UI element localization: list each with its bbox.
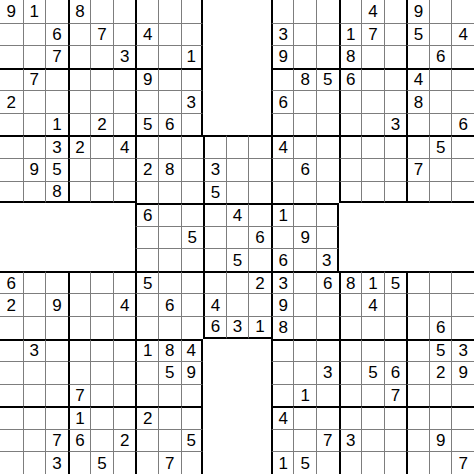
- cell-r20-c21[interactable]: [451, 429, 474, 452]
- cell-r20-c19[interactable]: [406, 429, 429, 452]
- cell-r15-c9[interactable]: [181, 316, 204, 339]
- cell-r4-c4[interactable]: [68, 68, 91, 91]
- cell-r18-c5[interactable]: [90, 384, 113, 407]
- cell-r16-c20: 5: [429, 339, 452, 362]
- cell-r5-c8[interactable]: [158, 90, 181, 113]
- cell-r7-c9[interactable]: [181, 135, 204, 158]
- cell-r13-c10[interactable]: [203, 271, 226, 294]
- cell-r8-c12[interactable]: [248, 158, 271, 181]
- cell-r20-c1[interactable]: [0, 429, 23, 452]
- cell-r4-c21[interactable]: [451, 68, 474, 91]
- cell-r3-c21[interactable]: [451, 45, 474, 68]
- cell-r12-c8[interactable]: [158, 248, 181, 271]
- cell-r15-c3[interactable]: [45, 316, 68, 339]
- cell-r14-c20[interactable]: [429, 293, 452, 316]
- cell-r13-c9[interactable]: [181, 271, 204, 294]
- cell-r7-c11[interactable]: [226, 135, 249, 158]
- cell-r11-c10[interactable]: [203, 226, 226, 249]
- cell-r12-c12[interactable]: [248, 248, 271, 271]
- cell-r14-c14[interactable]: [293, 293, 316, 316]
- cell-r20-c17[interactable]: [361, 429, 384, 452]
- cell-r8-c15[interactable]: [316, 158, 339, 181]
- cell-r14-c6: 4: [113, 293, 136, 316]
- cell-r8-c16[interactable]: [339, 158, 362, 181]
- cell-r6-c21: 6: [451, 113, 474, 136]
- cell-r8-c5[interactable]: [90, 158, 113, 181]
- cell-r14-c18[interactable]: [384, 293, 407, 316]
- cell-r15-c8[interactable]: [158, 316, 181, 339]
- cell-r20-c14[interactable]: [293, 429, 316, 452]
- cell-r9-c21[interactable]: [451, 181, 474, 204]
- cell-r12-c7[interactable]: [135, 248, 158, 271]
- cell-r17-c19[interactable]: [406, 361, 429, 384]
- cell-r3-c7[interactable]: [135, 45, 158, 68]
- cell-r16-c6[interactable]: [113, 339, 136, 362]
- cell-r5-c21[interactable]: [451, 90, 474, 113]
- gap-cell: [226, 45, 249, 68]
- cell-r20-c5[interactable]: [90, 429, 113, 452]
- gap-cell: [113, 203, 136, 226]
- cell-r16-c15[interactable]: [316, 339, 339, 362]
- cell-r1-c3[interactable]: [45, 0, 68, 23]
- cell-r5-c18[interactable]: [384, 90, 407, 113]
- cell-r5-c9: 3: [181, 90, 204, 113]
- cell-r4-c5[interactable]: [90, 68, 113, 91]
- cell-r21-c4[interactable]: [68, 451, 91, 474]
- cell-r14-c13: 9: [271, 293, 294, 316]
- cell-r3-c2[interactable]: [23, 45, 46, 68]
- cell-r20-c20: 9: [429, 429, 452, 452]
- cell-r21-c19[interactable]: [406, 451, 429, 474]
- cell-r7-c5[interactable]: [90, 135, 113, 158]
- cell-r10-c9[interactable]: [181, 203, 204, 226]
- cell-r5-c5[interactable]: [90, 90, 113, 113]
- cell-r6-c4[interactable]: [68, 113, 91, 136]
- cell-r19-c1[interactable]: [0, 406, 23, 429]
- cell-r9-c12[interactable]: [248, 181, 271, 204]
- cell-r10-c15[interactable]: [316, 203, 339, 226]
- cell-r4-c13[interactable]: [271, 68, 294, 91]
- cell-r17-c14[interactable]: [293, 361, 316, 384]
- cell-r5-c20[interactable]: [429, 90, 452, 113]
- cell-r1-c21[interactable]: [451, 0, 474, 23]
- cell-r12-c10[interactable]: [203, 248, 226, 271]
- cell-r10-c12[interactable]: [248, 203, 271, 226]
- cell-r18-c15[interactable]: [316, 384, 339, 407]
- cell-r7-c12[interactable]: [248, 135, 271, 158]
- cell-r20-c2[interactable]: [23, 429, 46, 452]
- cell-r1-c13[interactable]: [271, 0, 294, 23]
- gap-cell: [203, 429, 226, 452]
- cell-r1-c16[interactable]: [339, 0, 362, 23]
- cell-r15-c20: 6: [429, 316, 452, 339]
- cell-r9-c19[interactable]: [406, 181, 429, 204]
- cell-r1-c4: 8: [68, 0, 91, 23]
- cell-r7-c14[interactable]: [293, 135, 316, 158]
- cell-r2-c18[interactable]: [384, 23, 407, 46]
- cell-r11-c15[interactable]: [316, 226, 339, 249]
- cell-r1-c9[interactable]: [181, 0, 204, 23]
- cell-r9-c1[interactable]: [0, 181, 23, 204]
- cell-r18-c6[interactable]: [113, 384, 136, 407]
- cell-r20-c18[interactable]: [384, 429, 407, 452]
- cell-r4-c2: 7: [23, 68, 46, 91]
- cell-r17-c15: 3: [316, 361, 339, 384]
- cell-r19-c8[interactable]: [158, 406, 181, 429]
- cell-r13-c11[interactable]: [226, 271, 249, 294]
- cell-r19-c19[interactable]: [406, 406, 429, 429]
- cell-r4-c15: 5: [316, 68, 339, 91]
- cell-r2-c5: 7: [90, 23, 113, 46]
- cell-r2-c20[interactable]: [429, 23, 452, 46]
- cell-r16-c3[interactable]: [45, 339, 68, 362]
- cell-r9-c18[interactable]: [384, 181, 407, 204]
- cell-r2-c9[interactable]: [181, 23, 204, 46]
- cell-r17-c16[interactable]: [339, 361, 362, 384]
- cell-r15-c21[interactable]: [451, 316, 474, 339]
- cell-r14-c19[interactable]: [406, 293, 429, 316]
- cell-r18-c21[interactable]: [451, 384, 474, 407]
- cell-r6-c15[interactable]: [316, 113, 339, 136]
- cell-r2-c15[interactable]: [316, 23, 339, 46]
- cell-r17-c1[interactable]: [0, 361, 23, 384]
- cell-r3-c5[interactable]: [90, 45, 113, 68]
- cell-r19-c14[interactable]: [293, 406, 316, 429]
- cell-r7-c16[interactable]: [339, 135, 362, 158]
- cell-r3-c17[interactable]: [361, 45, 384, 68]
- cell-r17-c9: 9: [181, 361, 204, 384]
- cell-r12-c14[interactable]: [293, 248, 316, 271]
- cell-r17-c13[interactable]: [271, 361, 294, 384]
- cell-r18-c3[interactable]: [45, 384, 68, 407]
- cell-r19-c15[interactable]: [316, 406, 339, 429]
- cell-r21-c15[interactable]: [316, 451, 339, 474]
- cell-r2-c3: 6: [45, 23, 68, 46]
- cell-r21-c1[interactable]: [0, 451, 23, 474]
- cell-r16-c18[interactable]: [384, 339, 407, 362]
- cell-r11-c13[interactable]: [271, 226, 294, 249]
- cell-r1-c2: 1: [23, 0, 46, 23]
- cell-r19-c6[interactable]: [113, 406, 136, 429]
- cell-r3-c19[interactable]: [406, 45, 429, 68]
- cell-r13-c15: 6: [316, 271, 339, 294]
- cell-r7-c18[interactable]: [384, 135, 407, 158]
- cell-r16-c14[interactable]: [293, 339, 316, 362]
- cell-r20-c13[interactable]: [271, 429, 294, 452]
- cell-r1-c18[interactable]: [384, 0, 407, 23]
- cell-r21-c17[interactable]: [361, 451, 384, 474]
- cell-r18-c1[interactable]: [0, 384, 23, 407]
- cell-r2-c4[interactable]: [68, 23, 91, 46]
- cell-r8-c21[interactable]: [451, 158, 474, 181]
- cell-r17-c7[interactable]: [135, 361, 158, 384]
- cell-r15-c5[interactable]: [90, 316, 113, 339]
- cell-r19-c3[interactable]: [45, 406, 68, 429]
- cell-r9-c13[interactable]: [271, 181, 294, 204]
- cell-r21-c18[interactable]: [384, 451, 407, 474]
- cell-r13-c20[interactable]: [429, 271, 452, 294]
- cell-r6-c19[interactable]: [406, 113, 429, 136]
- cell-r16-c16[interactable]: [339, 339, 362, 362]
- cell-r4-c1[interactable]: [0, 68, 23, 91]
- cell-r21-c2[interactable]: [23, 451, 46, 474]
- cell-r11-c7[interactable]: [135, 226, 158, 249]
- cell-r16-c1[interactable]: [0, 339, 23, 362]
- cell-r7-c15[interactable]: [316, 135, 339, 158]
- cell-r4-c19: 4: [406, 68, 429, 91]
- cell-r6-c17[interactable]: [361, 113, 384, 136]
- cell-r13-c19[interactable]: [406, 271, 429, 294]
- cell-r6-c20[interactable]: [429, 113, 452, 136]
- cell-r11-c11[interactable]: [226, 226, 249, 249]
- cell-r19-c18[interactable]: [384, 406, 407, 429]
- cell-r13-c5[interactable]: [90, 271, 113, 294]
- cell-r9-c6[interactable]: [113, 181, 136, 204]
- cell-r6-c13[interactable]: [271, 113, 294, 136]
- cell-r2-c7: 4: [135, 23, 158, 46]
- cell-r5-c3[interactable]: [45, 90, 68, 113]
- cell-r1-c8[interactable]: [158, 0, 181, 23]
- cell-r9-c15[interactable]: [316, 181, 339, 204]
- cell-r5-c17[interactable]: [361, 90, 384, 113]
- cell-r8-c4[interactable]: [68, 158, 91, 181]
- cell-r14-c2[interactable]: [23, 293, 46, 316]
- cell-r1-c20[interactable]: [429, 0, 452, 23]
- cell-r13-c14[interactable]: [293, 271, 316, 294]
- cell-r10-c10[interactable]: [203, 203, 226, 226]
- cell-r7-c21[interactable]: [451, 135, 474, 158]
- cell-r9-c8[interactable]: [158, 181, 181, 204]
- cell-r3-c1[interactable]: [0, 45, 23, 68]
- cell-r7-c19[interactable]: [406, 135, 429, 158]
- cell-r14-c15[interactable]: [316, 293, 339, 316]
- cell-r18-c17[interactable]: [361, 384, 384, 407]
- cell-r4-c17[interactable]: [361, 68, 384, 91]
- cell-r17-c6[interactable]: [113, 361, 136, 384]
- cell-r17-c5[interactable]: [90, 361, 113, 384]
- cell-r14-c4[interactable]: [68, 293, 91, 316]
- cell-r15-c19[interactable]: [406, 316, 429, 339]
- cell-r13-c17: 1: [361, 271, 384, 294]
- cell-r21-c6[interactable]: [113, 451, 136, 474]
- cell-r3-c15[interactable]: [316, 45, 339, 68]
- cell-r14-c5[interactable]: [90, 293, 113, 316]
- cell-r19-c9[interactable]: [181, 406, 204, 429]
- gap-cell: [248, 23, 271, 46]
- cell-r7-c17[interactable]: [361, 135, 384, 158]
- cell-r9-c11[interactable]: [226, 181, 249, 204]
- cell-r6-c16[interactable]: [339, 113, 362, 136]
- cell-r3-c8[interactable]: [158, 45, 181, 68]
- cell-r4-c14: 8: [293, 68, 316, 91]
- cell-r9-c5[interactable]: [90, 181, 113, 204]
- cell-r13-c2[interactable]: [23, 271, 46, 294]
- cell-r16-c5[interactable]: [90, 339, 113, 362]
- cell-r6-c1[interactable]: [0, 113, 23, 136]
- cell-r17-c2[interactable]: [23, 361, 46, 384]
- cell-r15-c17[interactable]: [361, 316, 384, 339]
- cell-r21-c7[interactable]: [135, 451, 158, 474]
- cell-r8-c9[interactable]: [181, 158, 204, 181]
- cell-r14-c9[interactable]: [181, 293, 204, 316]
- cell-r6-c6[interactable]: [113, 113, 136, 136]
- cell-r19-c16[interactable]: [339, 406, 362, 429]
- cell-r4-c6[interactable]: [113, 68, 136, 91]
- cell-r16-c4[interactable]: [68, 339, 91, 362]
- cell-r13-c1: 6: [0, 271, 23, 294]
- cell-r10-c14[interactable]: [293, 203, 316, 226]
- cell-r13-c6[interactable]: [113, 271, 136, 294]
- cell-r5-c7[interactable]: [135, 90, 158, 113]
- cell-r14-c12[interactable]: [248, 293, 271, 316]
- gap-cell: [451, 248, 474, 271]
- cell-r19-c17[interactable]: [361, 406, 384, 429]
- cell-r4-c18[interactable]: [384, 68, 407, 91]
- cell-r15-c7[interactable]: [135, 316, 158, 339]
- cell-r9-c7[interactable]: [135, 181, 158, 204]
- cell-r18-c16[interactable]: [339, 384, 362, 407]
- cell-r11-c12: 6: [248, 226, 271, 249]
- cell-r8-c17[interactable]: [361, 158, 384, 181]
- cell-r16-c19[interactable]: [406, 339, 429, 362]
- cell-r8-c18[interactable]: [384, 158, 407, 181]
- cell-r8-c13[interactable]: [271, 158, 294, 181]
- cell-r18-c8[interactable]: [158, 384, 181, 407]
- cell-r19-c20[interactable]: [429, 406, 452, 429]
- cell-r4-c8[interactable]: [158, 68, 181, 91]
- cell-r18-c19[interactable]: [406, 384, 429, 407]
- cell-r16-c17[interactable]: [361, 339, 384, 362]
- cell-r3-c14[interactable]: [293, 45, 316, 68]
- cell-r19-c21[interactable]: [451, 406, 474, 429]
- cell-r16-c13[interactable]: [271, 339, 294, 362]
- cell-r2-c2[interactable]: [23, 23, 46, 46]
- cell-r14-c11[interactable]: [226, 293, 249, 316]
- cell-r1-c7[interactable]: [135, 0, 158, 23]
- cell-r1-c1: 9: [0, 0, 23, 23]
- cell-r12-c9[interactable]: [181, 248, 204, 271]
- cell-r21-c8: 7: [158, 451, 181, 474]
- cell-r5-c15[interactable]: [316, 90, 339, 113]
- cell-r2-c6[interactable]: [113, 23, 136, 46]
- cell-r2-c1[interactable]: [0, 23, 23, 46]
- cell-r3-c18[interactable]: [384, 45, 407, 68]
- gap-cell: [68, 203, 91, 226]
- cell-r8-c11[interactable]: [226, 158, 249, 181]
- cell-r4-c20[interactable]: [429, 68, 452, 91]
- cell-r20-c8[interactable]: [158, 429, 181, 452]
- gap-cell: [248, 0, 271, 23]
- cell-r5-c2[interactable]: [23, 90, 46, 113]
- cell-r1-c15[interactable]: [316, 0, 339, 23]
- cell-r13-c4[interactable]: [68, 271, 91, 294]
- cell-r9-c14[interactable]: [293, 181, 316, 204]
- cell-r18-c20[interactable]: [429, 384, 452, 407]
- cell-r10-c8[interactable]: [158, 203, 181, 226]
- cell-r13-c21[interactable]: [451, 271, 474, 294]
- cell-r14-c21[interactable]: [451, 293, 474, 316]
- cell-r5-c14[interactable]: [293, 90, 316, 113]
- cell-r19-c2[interactable]: [23, 406, 46, 429]
- cell-r15-c1[interactable]: [0, 316, 23, 339]
- cell-r21-c20[interactable]: [429, 451, 452, 474]
- cell-r5-c16[interactable]: [339, 90, 362, 113]
- cell-r7-c2[interactable]: [23, 135, 46, 158]
- cell-r15-c10: 6: [203, 316, 226, 339]
- cell-r1-c5[interactable]: [90, 0, 113, 23]
- cell-r21-c9[interactable]: [181, 451, 204, 474]
- cell-r14-c16[interactable]: [339, 293, 362, 316]
- cell-r9-c9[interactable]: [181, 181, 204, 204]
- cell-r14-c7[interactable]: [135, 293, 158, 316]
- cell-r4-c9[interactable]: [181, 68, 204, 91]
- cell-r18-c13[interactable]: [271, 384, 294, 407]
- gap-cell: [113, 248, 136, 271]
- cell-r8-c20[interactable]: [429, 158, 452, 181]
- cell-r18-c9[interactable]: [181, 384, 204, 407]
- cell-r18-c2[interactable]: [23, 384, 46, 407]
- cell-r21-c16[interactable]: [339, 451, 362, 474]
- cell-r15-c6[interactable]: [113, 316, 136, 339]
- cell-r9-c2[interactable]: [23, 181, 46, 204]
- cell-r13-c3[interactable]: [45, 271, 68, 294]
- cell-r17-c4[interactable]: [68, 361, 91, 384]
- cell-r5-c4[interactable]: [68, 90, 91, 113]
- cell-r9-c17[interactable]: [361, 181, 384, 204]
- cell-r15-c2[interactable]: [23, 316, 46, 339]
- cell-r15-c4[interactable]: [68, 316, 91, 339]
- cell-r15-c15[interactable]: [316, 316, 339, 339]
- cell-r13-c13: 3: [271, 271, 294, 294]
- cell-r7-c1[interactable]: [0, 135, 23, 158]
- cell-r2-c8[interactable]: [158, 23, 181, 46]
- cell-r8-c1[interactable]: [0, 158, 23, 181]
- gap-cell: [203, 113, 226, 136]
- cell-r7-c10[interactable]: [203, 135, 226, 158]
- cell-r11-c8[interactable]: [158, 226, 181, 249]
- cell-r6-c9[interactable]: [181, 113, 204, 136]
- cell-r9-c4[interactable]: [68, 181, 91, 204]
- cell-r21-c13: 1: [271, 451, 294, 474]
- cell-r15-c14[interactable]: [293, 316, 316, 339]
- cell-r18-c7[interactable]: [135, 384, 158, 407]
- cell-r20-c7[interactable]: [135, 429, 158, 452]
- cell-r7-c7[interactable]: [135, 135, 158, 158]
- cell-r7-c8[interactable]: [158, 135, 181, 158]
- cell-r9-c16[interactable]: [339, 181, 362, 204]
- cell-r8-c6[interactable]: [113, 158, 136, 181]
- cell-r19-c5[interactable]: [90, 406, 113, 429]
- cell-r5-c6[interactable]: [113, 90, 136, 113]
- cell-r1-c6[interactable]: [113, 0, 136, 23]
- cell-r3-c4[interactable]: [68, 45, 91, 68]
- cell-r13-c8[interactable]: [158, 271, 181, 294]
- cell-r4-c3[interactable]: [45, 68, 68, 91]
- cell-r17-c3[interactable]: [45, 361, 68, 384]
- cell-r15-c18[interactable]: [384, 316, 407, 339]
- gap-cell: [226, 113, 249, 136]
- gap-cell: [90, 203, 113, 226]
- cell-r15-c16[interactable]: [339, 316, 362, 339]
- cell-r1-c14[interactable]: [293, 0, 316, 23]
- cell-r2-c14[interactable]: [293, 23, 316, 46]
- cell-r6-c2[interactable]: [23, 113, 46, 136]
- cell-r5-c19: 8: [406, 90, 429, 113]
- cell-r6-c14[interactable]: [293, 113, 316, 136]
- cell-r16-c9: 4: [181, 339, 204, 362]
- gap-cell: [226, 384, 249, 407]
- cell-r9-c20[interactable]: [429, 181, 452, 204]
